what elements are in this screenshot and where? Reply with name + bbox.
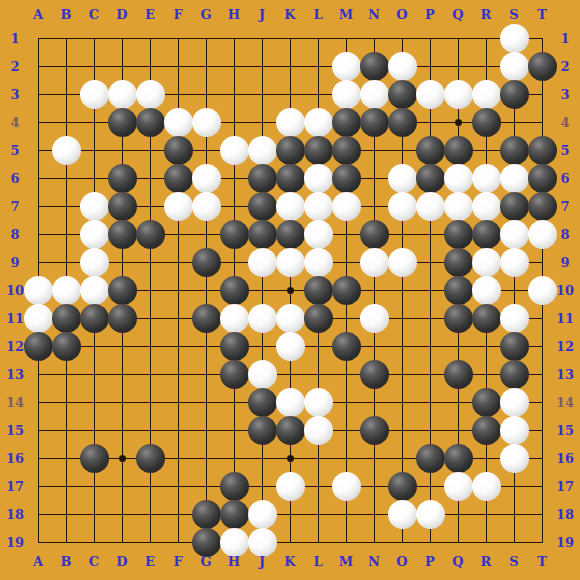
black-stone[interactable] [248,192,277,221]
col-label-bottom: G [200,554,211,569]
col-label-bottom: S [509,554,518,569]
black-stone[interactable] [80,304,109,333]
row-label-right: 13 [556,367,574,382]
white-stone[interactable] [472,192,501,221]
black-stone[interactable] [444,220,473,249]
row-label-right: 6 [560,171,569,186]
white-stone[interactable] [192,108,221,137]
white-stone[interactable] [416,192,445,221]
white-stone[interactable] [192,164,221,193]
white-stone[interactable] [276,192,305,221]
row-label-right: 2 [560,59,569,74]
white-stone[interactable] [388,500,417,529]
black-stone[interactable] [220,332,249,361]
black-stone[interactable] [528,192,557,221]
row-label-left: 3 [10,87,19,102]
white-stone[interactable] [304,164,333,193]
black-stone[interactable] [332,332,361,361]
col-label-bottom: T [537,554,547,569]
black-stone[interactable] [500,192,529,221]
white-stone[interactable] [276,304,305,333]
white-stone[interactable] [360,248,389,277]
black-stone[interactable] [360,220,389,249]
white-stone[interactable] [472,164,501,193]
black-stone[interactable] [248,220,277,249]
white-stone[interactable] [52,276,81,305]
white-stone[interactable] [276,472,305,501]
white-stone[interactable] [276,248,305,277]
white-stone[interactable] [528,220,557,249]
row-label-left: 17 [6,479,24,494]
white-stone[interactable] [388,192,417,221]
black-stone[interactable] [220,500,249,529]
row-label-right: 18 [556,507,574,522]
row-label-left: 4 [10,115,19,130]
white-stone[interactable] [388,164,417,193]
white-stone[interactable] [332,80,361,109]
col-label-bottom: D [116,554,127,569]
row-label-left: 19 [6,535,24,550]
white-stone[interactable] [472,472,501,501]
black-stone[interactable] [220,360,249,389]
white-stone[interactable] [388,248,417,277]
black-stone[interactable] [500,360,529,389]
white-stone[interactable] [444,164,473,193]
col-label-top: L [313,7,322,22]
white-stone[interactable] [360,80,389,109]
row-label-right: 1 [560,31,569,46]
white-stone[interactable] [248,360,277,389]
black-stone[interactable] [80,444,109,473]
col-label-top: F [173,7,182,22]
row-label-right: 5 [560,143,569,158]
col-label-top: B [61,7,72,22]
black-stone[interactable] [444,304,473,333]
row-label-right: 14 [556,395,574,410]
black-stone[interactable] [108,276,137,305]
white-stone[interactable] [108,80,137,109]
row-label-left: 5 [10,143,19,158]
white-stone[interactable] [248,304,277,333]
row-label-left: 13 [6,367,24,382]
black-stone[interactable] [108,108,137,137]
col-label-bottom: B [61,554,72,569]
col-label-bottom: C [89,554,99,569]
white-stone[interactable] [24,304,53,333]
black-stone[interactable] [332,164,361,193]
white-stone[interactable] [332,472,361,501]
white-stone[interactable] [444,80,473,109]
white-stone[interactable] [304,248,333,277]
white-stone[interactable] [500,416,529,445]
black-stone[interactable] [304,276,333,305]
col-label-top: S [509,7,518,22]
white-stone[interactable] [248,500,277,529]
col-label-top: P [425,7,435,22]
black-stone[interactable] [192,528,221,557]
white-stone[interactable] [472,276,501,305]
black-stone[interactable] [220,276,249,305]
black-stone[interactable] [416,444,445,473]
white-stone[interactable] [164,108,193,137]
col-label-top: N [368,7,380,22]
row-label-right: 15 [556,423,574,438]
white-stone[interactable] [360,304,389,333]
white-stone[interactable] [304,220,333,249]
row-label-left: 10 [6,283,24,298]
black-stone[interactable] [360,416,389,445]
row-label-left: 11 [6,311,24,326]
black-stone[interactable] [332,276,361,305]
white-stone[interactable] [304,416,333,445]
row-label-right: 19 [556,535,574,550]
row-label-left: 18 [6,507,24,522]
col-label-top: K [284,7,295,22]
col-label-top: O [396,7,407,22]
col-label-bottom: F [173,554,182,569]
black-stone[interactable] [528,136,557,165]
black-stone[interactable] [304,136,333,165]
row-label-left: 1 [10,31,19,46]
white-stone[interactable] [248,136,277,165]
black-stone[interactable] [136,108,165,137]
white-stone[interactable] [24,276,53,305]
col-label-top: E [145,7,155,22]
col-label-top: D [116,7,127,22]
col-label-top: J [259,7,265,22]
black-stone[interactable] [248,164,277,193]
black-stone[interactable] [108,164,137,193]
col-label-top: M [339,7,353,22]
grid-line [38,542,543,543]
star-point [119,455,126,462]
black-stone[interactable] [108,304,137,333]
black-stone[interactable] [472,304,501,333]
black-stone[interactable] [444,360,473,389]
black-stone[interactable] [52,304,81,333]
white-stone[interactable] [220,136,249,165]
row-label-right: 11 [556,311,574,326]
col-label-bottom: Q [452,554,463,569]
col-label-top: Q [452,7,463,22]
black-stone[interactable] [472,220,501,249]
white-stone[interactable] [500,388,529,417]
row-label-right: 17 [556,479,574,494]
black-stone[interactable] [332,136,361,165]
black-stone[interactable] [528,52,557,81]
black-stone[interactable] [416,136,445,165]
black-stone[interactable] [472,416,501,445]
white-stone[interactable] [444,472,473,501]
black-stone[interactable] [192,304,221,333]
black-stone[interactable] [444,276,473,305]
black-stone[interactable] [248,416,277,445]
black-stone[interactable] [388,80,417,109]
row-label-left: 16 [6,451,24,466]
col-label-bottom: M [339,554,353,569]
white-stone[interactable] [192,192,221,221]
white-stone[interactable] [80,192,109,221]
white-stone[interactable] [500,304,529,333]
white-stone[interactable] [416,500,445,529]
col-label-bottom: L [313,554,322,569]
white-stone[interactable] [500,220,529,249]
white-stone[interactable] [500,248,529,277]
black-stone[interactable] [108,220,137,249]
row-label-left: 14 [6,395,24,410]
white-stone[interactable] [220,528,249,557]
white-stone[interactable] [388,52,417,81]
black-stone[interactable] [52,332,81,361]
white-stone[interactable] [500,52,529,81]
row-label-left: 12 [6,339,24,354]
white-stone[interactable] [80,220,109,249]
white-stone[interactable] [248,248,277,277]
black-stone[interactable] [444,444,473,473]
black-stone[interactable] [164,136,193,165]
white-stone[interactable] [332,52,361,81]
col-label-bottom: P [425,554,435,569]
grid-line [38,514,543,515]
black-stone[interactable] [136,220,165,249]
col-label-bottom: E [145,554,155,569]
black-stone[interactable] [304,304,333,333]
row-label-left: 2 [10,59,19,74]
black-stone[interactable] [472,108,501,137]
black-stone[interactable] [388,108,417,137]
black-stone[interactable] [192,500,221,529]
black-stone[interactable] [24,332,53,361]
col-label-top: T [537,7,547,22]
white-stone[interactable] [528,276,557,305]
row-label-right: 4 [560,115,569,130]
black-stone[interactable] [360,360,389,389]
black-stone[interactable] [220,472,249,501]
col-label-top: R [481,7,492,22]
row-label-right: 3 [560,87,569,102]
col-label-bottom: A [33,554,43,569]
white-stone[interactable] [332,192,361,221]
white-stone[interactable] [500,24,529,53]
black-stone[interactable] [276,136,305,165]
black-stone[interactable] [192,248,221,277]
black-stone[interactable] [416,164,445,193]
black-stone[interactable] [360,52,389,81]
row-label-right: 10 [556,283,574,298]
white-stone[interactable] [472,80,501,109]
white-stone[interactable] [52,136,81,165]
white-stone[interactable] [500,444,529,473]
row-label-right: 7 [560,199,569,214]
row-label-left: 9 [10,255,19,270]
black-stone[interactable] [500,80,529,109]
black-stone[interactable] [276,164,305,193]
col-label-bottom: J [259,554,265,569]
black-stone[interactable] [276,220,305,249]
white-stone[interactable] [136,80,165,109]
col-label-top: C [89,7,99,22]
black-stone[interactable] [360,108,389,137]
col-label-top: G [200,7,211,22]
goban[interactable]: AABBCCDDEEFFGGHHJJKKLLMMNNOOPPQQRRSSTT11… [0,0,580,580]
row-label-left: 7 [10,199,19,214]
col-label-bottom: N [368,554,380,569]
white-stone[interactable] [80,80,109,109]
white-stone[interactable] [80,248,109,277]
black-stone[interactable] [500,332,529,361]
black-stone[interactable] [444,136,473,165]
black-stone[interactable] [108,192,137,221]
black-stone[interactable] [500,136,529,165]
white-stone[interactable] [220,304,249,333]
black-stone[interactable] [136,444,165,473]
row-label-right: 16 [556,451,574,466]
black-stone[interactable] [220,220,249,249]
white-stone[interactable] [304,108,333,137]
row-label-right: 12 [556,339,574,354]
white-stone[interactable] [276,388,305,417]
white-stone[interactable] [500,164,529,193]
col-label-bottom: O [396,554,407,569]
white-stone[interactable] [276,108,305,137]
white-stone[interactable] [472,248,501,277]
white-stone[interactable] [304,192,333,221]
col-label-bottom: R [481,554,492,569]
black-stone[interactable] [248,388,277,417]
row-label-left: 6 [10,171,19,186]
col-label-top: A [33,7,43,22]
white-stone[interactable] [304,388,333,417]
col-label-bottom: K [284,554,295,569]
black-stone[interactable] [388,472,417,501]
black-stone[interactable] [472,388,501,417]
white-stone[interactable] [276,332,305,361]
black-stone[interactable] [332,108,361,137]
black-stone[interactable] [528,164,557,193]
white-stone[interactable] [416,80,445,109]
black-stone[interactable] [276,416,305,445]
white-stone[interactable] [164,192,193,221]
white-stone[interactable] [80,276,109,305]
star-point [455,119,462,126]
star-point [287,455,294,462]
row-label-right: 9 [560,255,569,270]
row-label-left: 15 [6,423,24,438]
row-label-left: 8 [10,227,19,242]
star-point [287,287,294,294]
black-stone[interactable] [444,248,473,277]
black-stone[interactable] [164,164,193,193]
col-label-bottom: H [228,554,240,569]
row-label-right: 8 [560,227,569,242]
white-stone[interactable] [248,528,277,557]
col-label-top: H [228,7,240,22]
white-stone[interactable] [444,192,473,221]
